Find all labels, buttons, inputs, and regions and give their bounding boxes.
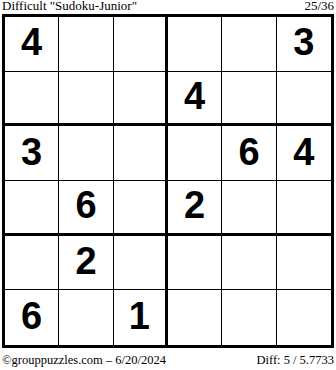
cell-r5c2: 2 [59,236,113,291]
cell-r4c3[interactable] [114,181,168,236]
cells-remaining-counter: 25/36 [304,0,334,13]
cell-r2c4: 4 [168,72,222,127]
cell-r4c6[interactable] [277,181,331,236]
cell-r2c1[interactable] [5,72,59,127]
cell-r3c6: 4 [277,126,331,181]
footer: ©grouppuzzles.com – 6/20/2024 Diff: 5 / … [2,353,334,367]
cell-r5c3[interactable] [114,236,168,291]
cell-r3c4[interactable] [168,126,222,181]
cell-r1c1: 4 [5,17,59,72]
cell-r3c3[interactable] [114,126,168,181]
difficulty-rating: Diff: 5 / 5.7733 [256,353,334,367]
cell-r6c1: 6 [5,290,59,345]
cell-r6c5[interactable] [222,290,276,345]
cell-r4c2: 6 [59,181,113,236]
cell-r4c1[interactable] [5,181,59,236]
sudoku-board: 43436462261 [2,14,334,348]
cell-r5c1[interactable] [5,236,59,291]
cell-r1c6: 3 [277,17,331,72]
puzzle-page: Difficult "Sudoku-Junior" 25/36 43436462… [0,0,336,370]
cell-r6c3: 1 [114,290,168,345]
puzzle-title: Difficult "Sudoku-Junior" [2,0,137,13]
cell-r3c5: 6 [222,126,276,181]
cell-r3c2[interactable] [59,126,113,181]
cell-r6c2[interactable] [59,290,113,345]
cell-r5c6[interactable] [277,236,331,291]
cell-r6c6[interactable] [277,290,331,345]
copyright-credit: ©grouppuzzles.com – 6/20/2024 [2,353,166,367]
cell-r4c4: 2 [168,181,222,236]
cell-r2c5[interactable] [222,72,276,127]
cell-r1c4[interactable] [168,17,222,72]
cell-r2c3[interactable] [114,72,168,127]
cell-r2c2[interactable] [59,72,113,127]
cell-r5c5[interactable] [222,236,276,291]
cell-r3c1: 3 [5,126,59,181]
cell-r5c4[interactable] [168,236,222,291]
cell-r2c6[interactable] [277,72,331,127]
header: Difficult "Sudoku-Junior" 25/36 [2,0,334,13]
cell-r6c4[interactable] [168,290,222,345]
cell-r4c5[interactable] [222,181,276,236]
cell-r1c3[interactable] [114,17,168,72]
cell-r1c2[interactable] [59,17,113,72]
cell-r1c5[interactable] [222,17,276,72]
